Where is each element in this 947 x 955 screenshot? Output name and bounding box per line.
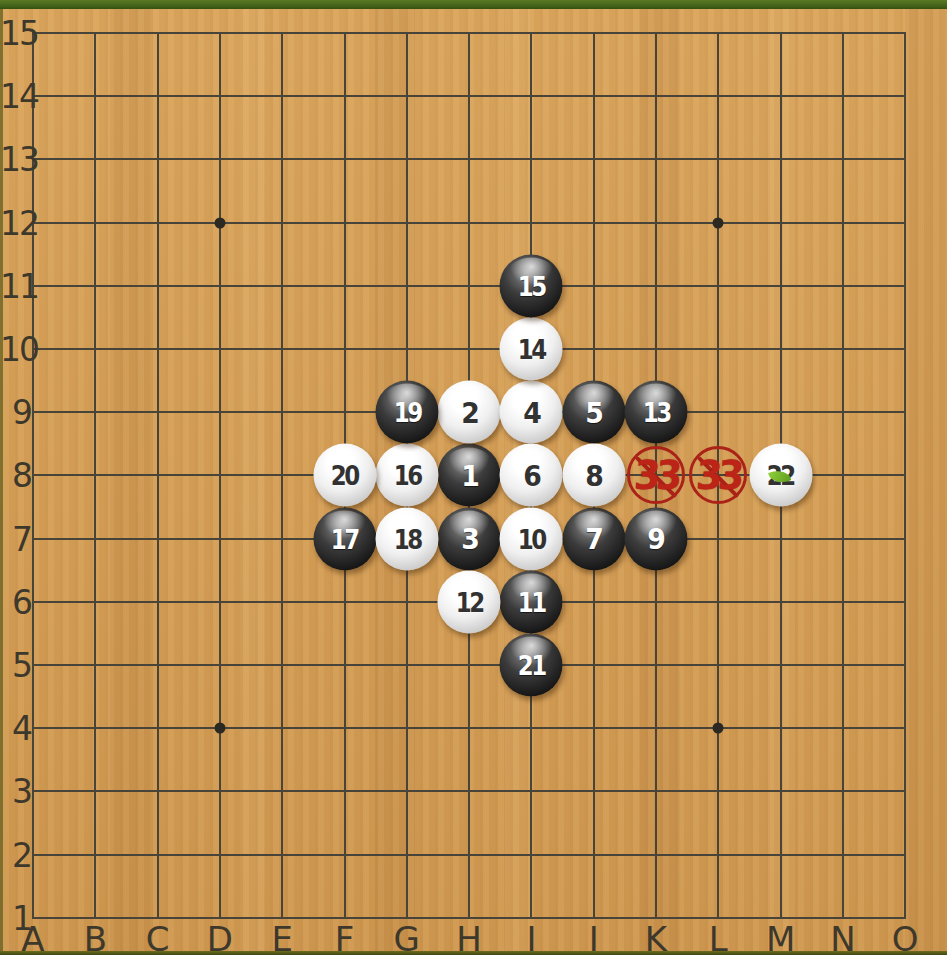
gomoku-app-window: 151413121110987654321ABCDEFGHIJKLMNO1234… <box>0 0 947 955</box>
board-bottom-edge <box>0 951 947 955</box>
stone-move-5-J9: 5 <box>562 381 625 444</box>
stone-move-9-K7: 9 <box>625 507 688 570</box>
forbidden-point-marker-K8: 33 <box>627 446 685 504</box>
row-label-8: 8 <box>0 459 31 492</box>
stone-move-12-H6: 12 <box>438 570 501 633</box>
stone-number: 19 <box>393 397 420 428</box>
stone-number: 10 <box>518 523 545 554</box>
row-label-9: 9 <box>0 396 31 429</box>
stone-move-10-I7: 10 <box>500 507 563 570</box>
stone-move-3-H7: 3 <box>438 507 501 570</box>
row-label-3: 3 <box>0 775 31 808</box>
stone-move-21-I5: 21 <box>500 634 563 697</box>
star-point-L4 <box>713 723 724 734</box>
stone-move-6-I8: 6 <box>500 444 563 507</box>
stone-move-22-M8: 22 <box>749 444 812 507</box>
stone-number: 16 <box>393 460 420 491</box>
star-point-D12 <box>214 217 225 228</box>
stone-move-17-F7: 17 <box>313 507 376 570</box>
row-label-4: 4 <box>0 712 31 745</box>
stone-number: 1 <box>461 458 478 492</box>
row-label-15: 15 <box>0 17 31 50</box>
row-label-14: 14 <box>0 80 31 113</box>
stone-number: 12 <box>456 586 483 617</box>
stone-number: 14 <box>518 334 545 365</box>
stone-number: 17 <box>331 523 358 554</box>
stone-number: 18 <box>393 523 420 554</box>
stone-number: 13 <box>643 397 670 428</box>
stone-number: 11 <box>518 586 545 617</box>
grid-line-horizontal-2 <box>32 854 906 856</box>
stone-move-20-F8: 20 <box>313 444 376 507</box>
stone-move-13-K9: 13 <box>625 381 688 444</box>
grid-line-horizontal-3 <box>32 790 906 792</box>
stone-move-2-H9: 2 <box>438 381 501 444</box>
stone-number: 15 <box>518 270 545 301</box>
stone-move-11-I6: 11 <box>500 570 563 633</box>
grid-line-horizontal-5 <box>32 664 906 666</box>
stone-number: 8 <box>585 458 602 492</box>
stone-number: 6 <box>523 458 540 492</box>
row-label-13: 13 <box>0 143 31 176</box>
stone-move-14-I10: 14 <box>500 318 563 381</box>
row-label-6: 6 <box>0 585 31 618</box>
row-label-10: 10 <box>0 333 31 366</box>
stone-number: 2 <box>461 395 478 429</box>
stone-number: 9 <box>648 522 665 556</box>
forbidden-label: 33 <box>633 452 679 498</box>
grid-line-vertical-N <box>842 32 844 919</box>
stone-move-15-I11: 15 <box>500 254 563 317</box>
stone-number: 21 <box>518 650 545 681</box>
star-point-L12 <box>713 217 724 228</box>
gomoku-board[interactable]: 151413121110987654321ABCDEFGHIJKLMNO1234… <box>0 0 947 955</box>
row-label-5: 5 <box>0 649 31 682</box>
stone-move-7-J7: 7 <box>562 507 625 570</box>
row-label-11: 11 <box>0 269 31 302</box>
grid-line-vertical-O <box>904 32 906 919</box>
star-point-D4 <box>214 723 225 734</box>
stone-move-18-G7: 18 <box>375 507 438 570</box>
row-label-2: 2 <box>0 838 31 871</box>
stone-number: 4 <box>523 395 540 429</box>
stone-move-1-H8: 1 <box>438 444 501 507</box>
stone-move-8-J8: 8 <box>562 444 625 507</box>
grid-line-horizontal-4 <box>32 727 906 729</box>
stone-number: 5 <box>585 395 602 429</box>
forbidden-point-marker-L8: 33 <box>689 446 747 504</box>
stone-move-4-I9: 4 <box>500 381 563 444</box>
stone-move-16-G8: 16 <box>375 444 438 507</box>
row-label-12: 12 <box>0 206 31 239</box>
stone-number: 3 <box>461 522 478 556</box>
forbidden-label: 33 <box>695 452 741 498</box>
stone-move-19-G9: 19 <box>375 381 438 444</box>
row-label-7: 7 <box>0 522 31 555</box>
stone-number: 20 <box>331 460 358 491</box>
stone-number: 7 <box>585 522 602 556</box>
